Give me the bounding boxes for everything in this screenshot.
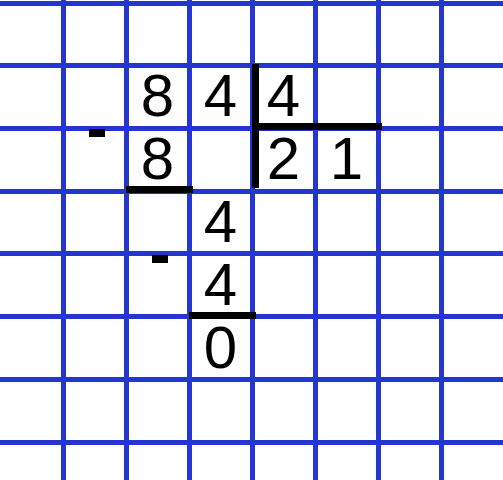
digit-remainder: 0 (189, 316, 252, 379)
digit-subtracted-product-2: 4 (189, 253, 252, 316)
digit-dividend-tens: 8 (126, 64, 189, 127)
digit-quotient-ones: 1 (315, 127, 378, 190)
grid-horizontal-line (0, 440, 503, 445)
grid-vertical-line (439, 0, 444, 480)
squared-paper-worksheet: 844821440 (0, 0, 503, 480)
digit-dividend-ones: 4 (189, 64, 252, 127)
digit-quotient-tens: 2 (252, 127, 315, 190)
minus-sign-2 (152, 255, 168, 263)
grid-horizontal-line (0, 1, 503, 6)
minus-sign-1 (89, 129, 105, 137)
digit-subtracted-product-1: 8 (126, 127, 189, 190)
grid-vertical-line (376, 0, 381, 480)
digit-brought-down-digit: 4 (189, 190, 252, 253)
grid-vertical-line (61, 0, 66, 480)
digit-divisor: 4 (252, 64, 315, 127)
